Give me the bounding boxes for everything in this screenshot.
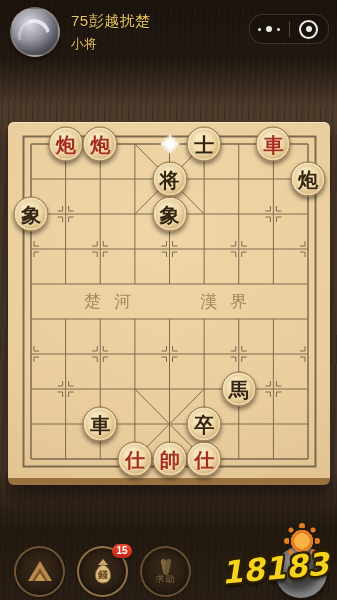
piece-black-象[interactable]: 象 (152, 197, 187, 232)
piece-glyph: 炮 (56, 134, 76, 154)
piece-glyph: 仕 (194, 449, 214, 469)
coins-button[interactable]: 錢 15 (77, 546, 128, 597)
piece-glyph: 炮 (298, 169, 318, 189)
page-title: 75彭越扰楚 (71, 12, 151, 31)
wechat-capsule (249, 14, 329, 44)
target-circle-icon (299, 20, 318, 39)
rank-subtitle: 小将 (71, 35, 97, 53)
money-bag-icon: 錢 (88, 557, 118, 587)
piece-black-象[interactable]: 象 (14, 197, 49, 232)
coin-badge: 15 (112, 544, 132, 558)
piece-glyph: 馬 (229, 379, 249, 399)
help-label: 求助 (156, 573, 176, 586)
piece-glyph: 車 (263, 134, 283, 154)
piece-glyph: 将 (160, 169, 180, 189)
piece-red-炮[interactable]: 炮 (48, 127, 83, 162)
menu-button[interactable] (14, 546, 65, 597)
piece-black-炮[interactable]: 炮 (291, 162, 326, 197)
layered-chevron-up-icon (25, 559, 55, 585)
header: 75彭越扰楚 小将 (0, 0, 337, 60)
piece-black-馬[interactable]: 馬 (221, 372, 256, 407)
piece-glyph: 炮 (90, 134, 110, 154)
piece-glyph: 士 (194, 134, 214, 154)
piece-red-炮[interactable]: 炮 (83, 127, 118, 162)
piece-glyph: 車 (90, 414, 110, 434)
piece-black-卒[interactable]: 卒 (187, 407, 222, 442)
xiangqi-board[interactable]: 楚河 漢界 炮炮士車将炮象象馬車卒仕帥仕 (8, 122, 330, 485)
piece-red-仕[interactable]: 仕 (187, 442, 222, 477)
svg-text:錢: 錢 (97, 569, 108, 580)
bottom-toolbar: 錢 15 求助 (0, 540, 337, 600)
piece-black-将[interactable]: 将 (152, 162, 187, 197)
piece-glyph: 卒 (194, 414, 214, 434)
piece-glyph: 帥 (160, 449, 180, 469)
piece-black-士[interactable]: 士 (187, 127, 222, 162)
app-window: 75彭越扰楚 小将 楚河 漢界 炮炮士車将炮象象馬車卒仕帥仕 (0, 0, 337, 600)
avatar (10, 7, 60, 57)
more-button[interactable] (250, 15, 289, 43)
piece-red-車[interactable]: 車 (256, 127, 291, 162)
piece-glyph: 象 (21, 204, 41, 224)
piece-glyph: 象 (160, 204, 180, 224)
close-button[interactable] (290, 15, 329, 43)
piece-red-仕[interactable]: 仕 (117, 442, 152, 477)
piece-red-帥[interactable]: 帥 (152, 442, 187, 477)
piece-black-車[interactable]: 車 (83, 407, 118, 442)
ellipsis-icon (258, 28, 261, 31)
help-button[interactable]: 求助 (140, 546, 191, 597)
piece-glyph: 仕 (125, 449, 145, 469)
